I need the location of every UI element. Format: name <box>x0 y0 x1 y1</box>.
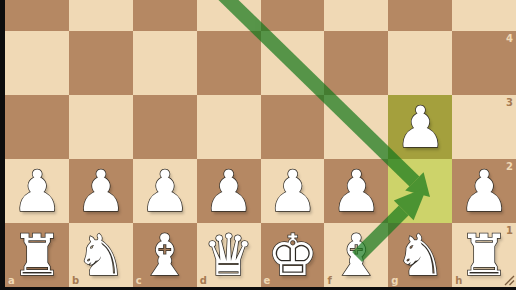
white-pawn[interactable]: ♟ <box>331 163 382 220</box>
square-c3[interactable] <box>133 95 197 159</box>
chess-board: 4♟3♟♟♟♟♟♟♟2♜a♞b♝c♛d♚e♝f♞g♜h1 <box>5 0 516 287</box>
square-b5[interactable] <box>69 0 133 31</box>
square-g1[interactable]: ♞g <box>388 223 452 287</box>
square-d5[interactable] <box>197 0 261 31</box>
square-c4[interactable] <box>133 31 197 95</box>
file-label-b: b <box>72 276 79 286</box>
white-bishop[interactable]: ♝ <box>331 227 382 284</box>
white-rook[interactable]: ♜ <box>11 227 62 284</box>
square-h1[interactable]: ♜h1 <box>452 223 516 287</box>
square-f1[interactable]: ♝f <box>324 223 388 287</box>
square-e1[interactable]: ♚e <box>261 223 325 287</box>
square-f4[interactable] <box>324 31 388 95</box>
square-e3[interactable] <box>261 95 325 159</box>
square-f3[interactable] <box>324 95 388 159</box>
square-g5[interactable] <box>388 0 452 31</box>
square-b3[interactable] <box>69 95 133 159</box>
square-c1[interactable]: ♝c <box>133 223 197 287</box>
white-bishop[interactable]: ♝ <box>139 227 190 284</box>
white-pawn[interactable]: ♟ <box>139 163 190 220</box>
rank-label-1: 1 <box>506 226 513 236</box>
square-e5[interactable] <box>261 0 325 31</box>
file-label-c: c <box>136 276 142 286</box>
file-label-a: a <box>8 276 15 286</box>
file-label-d: d <box>200 276 207 286</box>
white-pawn[interactable]: ♟ <box>11 163 62 220</box>
square-d3[interactable] <box>197 95 261 159</box>
square-c2[interactable]: ♟ <box>133 159 197 223</box>
white-pawn[interactable]: ♟ <box>203 163 254 220</box>
white-rook[interactable]: ♜ <box>459 227 510 284</box>
white-pawn[interactable]: ♟ <box>395 99 446 156</box>
board-frame: 4♟3♟♟♟♟♟♟♟2♜a♞b♝c♛d♚e♝f♞g♜h1 <box>0 0 516 290</box>
square-b2[interactable]: ♟ <box>69 159 133 223</box>
square-g2[interactable] <box>388 159 452 223</box>
white-knight[interactable]: ♞ <box>75 227 126 284</box>
square-h2[interactable]: ♟2 <box>452 159 516 223</box>
square-f2[interactable]: ♟ <box>324 159 388 223</box>
square-d4[interactable] <box>197 31 261 95</box>
square-a3[interactable] <box>5 95 69 159</box>
white-king[interactable]: ♚ <box>267 227 318 284</box>
rank-label-4: 4 <box>506 34 513 44</box>
square-a4[interactable] <box>5 31 69 95</box>
square-b1[interactable]: ♞b <box>69 223 133 287</box>
square-h3[interactable]: 3 <box>452 95 516 159</box>
file-label-g: g <box>391 276 398 286</box>
white-pawn[interactable]: ♟ <box>459 163 510 220</box>
square-d2[interactable]: ♟ <box>197 159 261 223</box>
square-a1[interactable]: ♜a <box>5 223 69 287</box>
square-h4[interactable]: 4 <box>452 31 516 95</box>
square-b4[interactable] <box>69 31 133 95</box>
rank-label-3: 3 <box>506 98 513 108</box>
file-label-h: h <box>455 276 462 286</box>
white-pawn[interactable]: ♟ <box>267 163 318 220</box>
white-knight[interactable]: ♞ <box>395 227 446 284</box>
square-g4[interactable] <box>388 31 452 95</box>
square-e2[interactable]: ♟ <box>261 159 325 223</box>
square-a5[interactable] <box>5 0 69 31</box>
white-queen[interactable]: ♛ <box>203 227 254 284</box>
square-a2[interactable]: ♟ <box>5 159 69 223</box>
board-resize-grip-icon[interactable] <box>504 275 515 286</box>
square-f5[interactable] <box>324 0 388 31</box>
rank-label-2: 2 <box>506 162 513 172</box>
square-d1[interactable]: ♛d <box>197 223 261 287</box>
file-label-e: e <box>264 276 271 286</box>
white-pawn[interactable]: ♟ <box>75 163 126 220</box>
square-c5[interactable] <box>133 0 197 31</box>
square-g3[interactable]: ♟ <box>388 95 452 159</box>
square-h5[interactable] <box>452 0 516 31</box>
file-label-f: f <box>327 276 331 286</box>
square-e4[interactable] <box>261 31 325 95</box>
